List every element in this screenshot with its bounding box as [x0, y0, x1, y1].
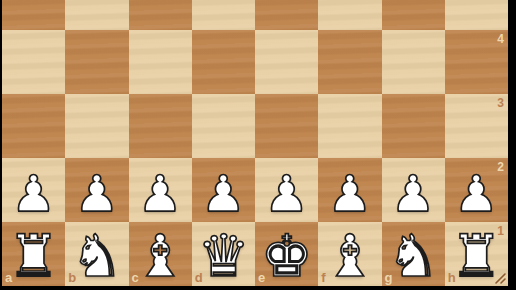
- piece-wR-a1[interactable]: ♜: [8, 227, 60, 285]
- square-f2[interactable]: ♟: [318, 158, 381, 222]
- square-g2[interactable]: ♟: [382, 158, 445, 222]
- square-c5[interactable]: [129, 0, 192, 30]
- square-a4[interactable]: [2, 30, 65, 94]
- piece-wK-e1[interactable]: ♚: [261, 227, 313, 285]
- square-d1[interactable]: ♛d: [192, 222, 255, 286]
- piece-wP-b2[interactable]: ♟: [74, 169, 119, 219]
- chess-app-stage: 43♟♟♟♟♟♟♟♟2♜a♞b♝c♛d♚e♝f♞g♜1h: [0, 0, 516, 290]
- piece-wP-g2[interactable]: ♟: [391, 169, 436, 219]
- piece-wP-f2[interactable]: ♟: [327, 169, 372, 219]
- square-b1[interactable]: ♞b: [65, 222, 128, 286]
- square-h1[interactable]: ♜1h: [445, 222, 508, 286]
- piece-wN-g1[interactable]: ♞: [387, 227, 439, 285]
- square-g5[interactable]: [382, 0, 445, 30]
- square-d5[interactable]: [192, 0, 255, 30]
- square-g3[interactable]: [382, 94, 445, 158]
- square-c4[interactable]: [129, 30, 192, 94]
- square-h4[interactable]: 4: [445, 30, 508, 94]
- chess-board: 43♟♟♟♟♟♟♟♟2♜a♞b♝c♛d♚e♝f♞g♜1h: [2, 0, 508, 286]
- square-e5[interactable]: [255, 0, 318, 30]
- piece-wB-c1[interactable]: ♝: [134, 227, 186, 285]
- square-g1[interactable]: ♞g: [382, 222, 445, 286]
- square-d2[interactable]: ♟: [192, 158, 255, 222]
- square-d3[interactable]: [192, 94, 255, 158]
- square-b5[interactable]: [65, 0, 128, 30]
- piece-wP-e2[interactable]: ♟: [264, 169, 309, 219]
- square-f4[interactable]: [318, 30, 381, 94]
- square-d4[interactable]: [192, 30, 255, 94]
- square-g4[interactable]: [382, 30, 445, 94]
- square-e1[interactable]: ♚e: [255, 222, 318, 286]
- coordinate-rank-3: 3: [497, 97, 504, 109]
- square-a1[interactable]: ♜a: [2, 222, 65, 286]
- square-f1[interactable]: ♝f: [318, 222, 381, 286]
- square-h2[interactable]: ♟2: [445, 158, 508, 222]
- piece-wP-c2[interactable]: ♟: [138, 169, 183, 219]
- piece-wP-a2[interactable]: ♟: [11, 169, 56, 219]
- square-a2[interactable]: ♟: [2, 158, 65, 222]
- square-c1[interactable]: ♝c: [129, 222, 192, 286]
- coordinate-rank-4: 4: [497, 33, 504, 45]
- piece-wN-b1[interactable]: ♞: [71, 227, 123, 285]
- piece-wP-h2[interactable]: ♟: [454, 169, 499, 219]
- square-b4[interactable]: [65, 30, 128, 94]
- piece-wB-f1[interactable]: ♝: [324, 227, 376, 285]
- square-h3[interactable]: 3: [445, 94, 508, 158]
- square-h5[interactable]: [445, 0, 508, 30]
- square-f5[interactable]: [318, 0, 381, 30]
- square-b2[interactable]: ♟: [65, 158, 128, 222]
- square-c3[interactable]: [129, 94, 192, 158]
- board-resize-handle-icon[interactable]: [494, 272, 507, 285]
- chess-board-grid: 43♟♟♟♟♟♟♟♟2♜a♞b♝c♛d♚e♝f♞g♜1h: [2, 0, 508, 286]
- piece-wP-d2[interactable]: ♟: [201, 169, 246, 219]
- square-c2[interactable]: ♟: [129, 158, 192, 222]
- square-e4[interactable]: [255, 30, 318, 94]
- square-b3[interactable]: [65, 94, 128, 158]
- square-f3[interactable]: [318, 94, 381, 158]
- square-a5[interactable]: [2, 0, 65, 30]
- square-e2[interactable]: ♟: [255, 158, 318, 222]
- square-a3[interactable]: [2, 94, 65, 158]
- square-e3[interactable]: [255, 94, 318, 158]
- piece-wQ-d1[interactable]: ♛: [197, 227, 249, 285]
